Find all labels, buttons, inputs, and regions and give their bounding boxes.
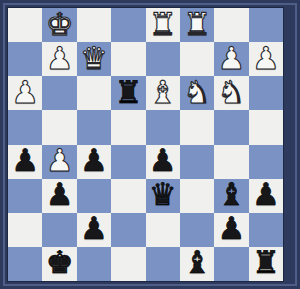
square-g1[interactable]: ♚ — [42, 8, 76, 42]
white-queen[interactable]: ♛ — [80, 43, 108, 74]
square-g5[interactable]: ♟ — [42, 145, 76, 179]
square-e5[interactable] — [111, 145, 145, 179]
square-a2[interactable]: ♟ — [249, 42, 283, 76]
square-e2[interactable] — [111, 42, 145, 76]
black-pawn[interactable]: ♟ — [218, 213, 246, 244]
white-rook[interactable]: ♜ — [183, 9, 211, 40]
square-b4[interactable] — [214, 110, 248, 144]
square-e8[interactable] — [111, 247, 145, 281]
white-bishop[interactable]: ♝ — [149, 77, 177, 108]
square-h3[interactable]: ♟ — [8, 76, 42, 110]
square-h4[interactable] — [8, 110, 42, 144]
square-b1[interactable] — [214, 8, 248, 42]
square-h8[interactable] — [8, 247, 42, 281]
square-b8[interactable] — [214, 247, 248, 281]
black-bishop[interactable]: ♝ — [183, 247, 211, 278]
square-h6[interactable] — [8, 179, 42, 213]
square-c3[interactable]: ♞ — [180, 76, 214, 110]
white-pawn[interactable]: ♟ — [218, 43, 246, 74]
square-c6[interactable] — [180, 179, 214, 213]
square-e6[interactable] — [111, 179, 145, 213]
square-c7[interactable] — [180, 213, 214, 247]
square-f8[interactable] — [77, 247, 111, 281]
white-pawn[interactable]: ♟ — [11, 77, 39, 108]
square-d3[interactable]: ♝ — [146, 76, 180, 110]
square-g8[interactable]: ♚ — [42, 247, 76, 281]
square-f1[interactable] — [77, 8, 111, 42]
square-e4[interactable] — [111, 110, 145, 144]
chess-board-frame: ♚♜♜♟♛♟♟♟♜♝♞♞♟♟♟♟♟♛♝♟♟♟♚♝♜ — [0, 0, 300, 289]
square-f3[interactable] — [77, 76, 111, 110]
black-pawn[interactable]: ♟ — [252, 179, 280, 210]
square-b6[interactable]: ♝ — [214, 179, 248, 213]
black-pawn[interactable]: ♟ — [11, 145, 39, 176]
square-a3[interactable] — [249, 76, 283, 110]
white-pawn[interactable]: ♟ — [46, 145, 74, 176]
square-h2[interactable] — [8, 42, 42, 76]
black-rook[interactable]: ♜ — [252, 247, 280, 278]
black-pawn[interactable]: ♟ — [80, 213, 108, 244]
square-c1[interactable]: ♜ — [180, 8, 214, 42]
square-e3[interactable]: ♜ — [111, 76, 145, 110]
square-f7[interactable]: ♟ — [77, 213, 111, 247]
black-pawn[interactable]: ♟ — [80, 145, 108, 176]
square-g7[interactable] — [42, 213, 76, 247]
white-knight[interactable]: ♞ — [218, 77, 246, 108]
square-g3[interactable] — [42, 76, 76, 110]
square-a8[interactable]: ♜ — [249, 247, 283, 281]
square-d2[interactable] — [146, 42, 180, 76]
white-king[interactable]: ♚ — [46, 9, 74, 40]
square-d4[interactable] — [146, 110, 180, 144]
square-e1[interactable] — [111, 8, 145, 42]
white-pawn[interactable]: ♟ — [46, 43, 74, 74]
black-bishop[interactable]: ♝ — [218, 179, 246, 210]
square-c8[interactable]: ♝ — [180, 247, 214, 281]
square-d8[interactable] — [146, 247, 180, 281]
square-g4[interactable] — [42, 110, 76, 144]
square-d1[interactable]: ♜ — [146, 8, 180, 42]
square-e7[interactable] — [111, 213, 145, 247]
square-d6[interactable]: ♛ — [146, 179, 180, 213]
square-f4[interactable] — [77, 110, 111, 144]
black-pawn[interactable]: ♟ — [149, 145, 177, 176]
square-d7[interactable] — [146, 213, 180, 247]
square-h7[interactable] — [8, 213, 42, 247]
square-b2[interactable]: ♟ — [214, 42, 248, 76]
square-f5[interactable]: ♟ — [77, 145, 111, 179]
black-rook[interactable]: ♜ — [114, 77, 142, 108]
square-b3[interactable]: ♞ — [214, 76, 248, 110]
square-a4[interactable] — [249, 110, 283, 144]
square-c2[interactable] — [180, 42, 214, 76]
black-king[interactable]: ♚ — [46, 247, 74, 278]
square-a6[interactable]: ♟ — [249, 179, 283, 213]
square-a7[interactable] — [249, 213, 283, 247]
square-a1[interactable] — [249, 8, 283, 42]
chess-board: ♚♜♜♟♛♟♟♟♜♝♞♞♟♟♟♟♟♛♝♟♟♟♚♝♜ — [8, 8, 283, 281]
square-a5[interactable] — [249, 145, 283, 179]
square-b5[interactable] — [214, 145, 248, 179]
white-knight[interactable]: ♞ — [183, 77, 211, 108]
square-b7[interactable]: ♟ — [214, 213, 248, 247]
square-c5[interactable] — [180, 145, 214, 179]
square-f6[interactable] — [77, 179, 111, 213]
square-d5[interactable]: ♟ — [146, 145, 180, 179]
white-pawn[interactable]: ♟ — [252, 43, 280, 74]
square-g6[interactable]: ♟ — [42, 179, 76, 213]
square-h1[interactable] — [8, 8, 42, 42]
square-h5[interactable]: ♟ — [8, 145, 42, 179]
square-f2[interactable]: ♛ — [77, 42, 111, 76]
black-queen[interactable]: ♛ — [149, 179, 177, 210]
square-c4[interactable] — [180, 110, 214, 144]
black-pawn[interactable]: ♟ — [46, 179, 74, 210]
white-rook[interactable]: ♜ — [149, 9, 177, 40]
square-g2[interactable]: ♟ — [42, 42, 76, 76]
